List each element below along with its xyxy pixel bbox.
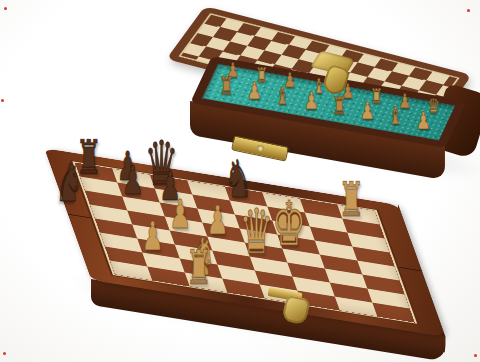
stored-bishop[interactable]: ♝ <box>275 84 290 108</box>
corner-mark <box>474 354 477 357</box>
white-queen[interactable]: ♛ <box>239 201 273 263</box>
corner-mark <box>467 9 470 12</box>
stored-rook[interactable]: ♜ <box>219 74 234 98</box>
brass-clasp-hasp <box>282 295 311 325</box>
black-pawn[interactable]: ♟ <box>122 160 144 200</box>
stored-pawn[interactable]: ♟ <box>416 109 431 133</box>
product-photo: ♟♜♟♝♟♜♟♛ ♜♟♝♟♜♟♝♟ ♜♟♛♞♜♟♟♞♟♟♚♛♟♞♜ <box>0 0 480 362</box>
brass-clasp-lid[interactable] <box>315 54 351 94</box>
black-knight[interactable]: ♞ <box>55 158 84 210</box>
corner-mark <box>1 99 4 102</box>
stored-rook[interactable]: ♜ <box>331 94 346 118</box>
white-pawn[interactable]: ♟ <box>142 216 164 256</box>
brass-latch-knob <box>256 144 264 152</box>
corner-mark <box>4 7 7 10</box>
white-king[interactable]: ♚ <box>272 193 306 255</box>
brass-clasp-board[interactable] <box>268 290 308 323</box>
stored-pawn[interactable]: ♟ <box>360 99 375 123</box>
stored-bishop[interactable]: ♝ <box>388 104 403 128</box>
stored-pawn[interactable]: ♟ <box>247 79 262 103</box>
white-rook[interactable]: ♜ <box>185 243 212 291</box>
corner-mark <box>3 352 6 355</box>
white-rook[interactable]: ♜ <box>338 175 365 223</box>
